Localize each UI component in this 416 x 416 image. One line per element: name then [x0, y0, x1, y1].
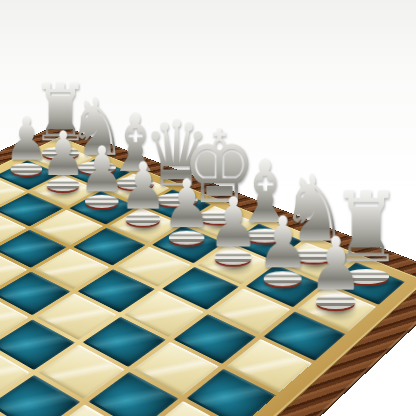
- piece-pawn: ♟: [302, 229, 368, 310]
- pawn-glyph: ♟: [308, 229, 362, 299]
- brass-border: ♜♞♝♛♚♝♞♜♟♟♟♟♟♟♟♟: [0, 136, 416, 416]
- pawn-glyph: ♟: [256, 209, 309, 277]
- chess-board: ♜♞♝♛♚♝♞♜♟♟♟♟♟♟♟♟: [0, 124, 416, 416]
- board-grid: ♜♞♝♛♚♝♞♜♟♟♟♟♟♟♟♟: [0, 144, 405, 416]
- photo-stage: ♜♞♝♛♚♝♞♜♟♟♟♟♟♟♟♟: [0, 0, 416, 416]
- board-frame: ♜♞♝♛♚♝♞♜♟♟♟♟♟♟♟♟: [0, 124, 416, 416]
